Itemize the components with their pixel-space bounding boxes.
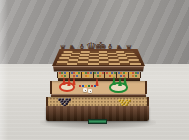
game-peg [111,75,113,77]
game-peg [61,72,63,74]
game-peg [99,72,101,74]
game-peg [76,75,78,77]
ludo-red-home-circle [59,82,75,92]
ludo-board-surface [50,81,147,95]
chess-square [99,63,110,65]
game-peg [61,75,63,77]
chinese-checkers-surface [46,97,149,106]
game-peg [87,75,89,77]
game-peg [111,72,113,74]
game-peg [90,72,92,74]
game-peg [125,72,127,74]
chess-square [130,63,141,65]
chess-square [88,63,99,65]
game-peg [94,72,96,74]
game-peg [137,72,139,74]
game-peg [78,72,80,74]
chinese-checkers-drawer [46,97,149,121]
game-peg [99,75,101,77]
left-light-falloff [0,0,8,140]
die-pip [85,90,86,91]
chess-board-grid [56,51,141,65]
game-peg [73,75,75,77]
game-peg [123,75,125,77]
product-photo-scene: ♜♞♝♛♚♝♞♜♟♟♟♟♟♟♟♟♟♟♟♟♟♟♟♟♟♟♟♟♟♟♟♟ [0,0,189,140]
game-peg [135,75,137,77]
chess-board-row [56,63,141,65]
game-peg [73,72,75,74]
game-peg [102,72,104,74]
game-peg [64,75,66,77]
die-pip [90,91,91,92]
chess-square [56,63,67,65]
game-peg [114,72,116,74]
chess-square [67,63,78,65]
chess-board-lid [52,49,145,66]
drawer-front-panel [46,106,149,121]
ludo-track-square [94,85,96,87]
game-peg [106,72,108,74]
chess-square [120,63,131,65]
chess-square [109,63,120,65]
game-peg [66,72,68,74]
green-inlay-handle [88,119,107,124]
white-die [83,88,87,92]
chess-square [77,63,88,65]
white-die [88,89,92,93]
